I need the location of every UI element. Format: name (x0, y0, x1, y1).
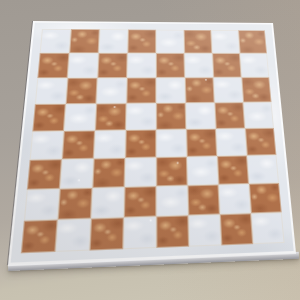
square-g1 (220, 213, 253, 245)
square-h2 (249, 183, 282, 213)
square-c5 (95, 103, 126, 130)
square-a8 (40, 29, 71, 53)
square-e6 (156, 78, 185, 104)
square-f2 (188, 185, 220, 216)
square-h4 (245, 128, 276, 156)
square-c6 (96, 78, 127, 104)
square-f5 (186, 103, 216, 130)
square-d5 (126, 103, 156, 130)
square-a7 (37, 53, 69, 78)
square-c7 (97, 53, 127, 78)
square-f4 (186, 129, 217, 157)
square-c4 (94, 130, 126, 159)
square-h7 (240, 53, 269, 77)
square-b2 (58, 188, 93, 220)
square-a3 (27, 159, 62, 189)
square-f7 (184, 53, 213, 77)
square-b1 (55, 219, 91, 252)
square-h1 (251, 212, 285, 244)
square-g8 (211, 30, 240, 53)
square-f8 (184, 30, 212, 53)
square-d3 (125, 157, 157, 187)
square-e2 (156, 185, 188, 216)
square-c8 (99, 29, 128, 53)
square-c1 (90, 217, 124, 250)
square-d4 (125, 130, 156, 158)
square-c3 (92, 158, 125, 188)
square-g7 (212, 53, 241, 77)
square-f6 (185, 77, 215, 102)
square-d7 (127, 53, 156, 78)
square-a4 (30, 131, 64, 160)
square-d8 (128, 29, 157, 53)
square-f3 (187, 156, 219, 185)
square-a2 (24, 189, 60, 221)
square-b5 (64, 104, 96, 131)
square-b4 (62, 131, 95, 160)
square-h5 (243, 102, 274, 128)
board-grid (21, 29, 285, 253)
square-d2 (124, 186, 156, 217)
square-d1 (123, 216, 156, 249)
square-h3 (247, 155, 279, 184)
square-e1 (156, 215, 189, 248)
square-e7 (156, 53, 185, 77)
square-f1 (188, 214, 221, 246)
square-d6 (126, 78, 156, 104)
square-b7 (68, 53, 99, 78)
photo-scene (0, 0, 300, 300)
square-h6 (241, 77, 271, 102)
square-g2 (218, 184, 251, 215)
square-b3 (60, 159, 94, 189)
square-g4 (216, 128, 247, 156)
square-b6 (66, 78, 98, 104)
square-g5 (215, 102, 245, 128)
square-g6 (213, 77, 243, 102)
square-c2 (91, 187, 125, 218)
square-e5 (156, 103, 186, 130)
square-g3 (217, 156, 249, 185)
chess-board (8, 21, 296, 265)
square-b8 (69, 29, 99, 53)
square-e8 (156, 30, 184, 54)
square-a6 (35, 78, 68, 104)
square-e4 (156, 129, 187, 157)
square-a1 (21, 220, 58, 254)
square-h8 (238, 30, 267, 53)
square-e3 (156, 157, 187, 187)
square-a5 (32, 104, 65, 132)
